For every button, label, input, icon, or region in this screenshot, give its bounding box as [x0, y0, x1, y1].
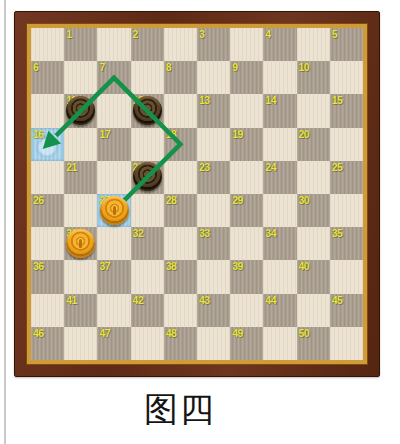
square-number: 15 [332, 94, 343, 107]
square-35[interactable]: 35 [330, 227, 363, 260]
square[interactable] [297, 28, 330, 61]
square-number: 4 [265, 28, 270, 41]
square-number: 48 [166, 327, 177, 340]
square[interactable] [263, 327, 296, 360]
square-30[interactable]: 30 [297, 194, 330, 227]
square-number: 49 [232, 327, 243, 340]
square-number: 13 [199, 94, 210, 107]
square-1[interactable]: 1 [64, 28, 97, 61]
square-37[interactable]: 37 [97, 260, 130, 293]
square[interactable] [131, 260, 164, 293]
square[interactable] [164, 227, 197, 260]
square-number: 26 [33, 194, 44, 207]
square-number: 7 [99, 61, 104, 74]
square-43[interactable]: 43 [197, 294, 230, 327]
square[interactable] [31, 28, 64, 61]
white-man-31[interactable] [66, 229, 95, 258]
square-18[interactable]: 18 [164, 128, 197, 161]
square[interactable] [197, 327, 230, 360]
board-trim: 1234567891011121314151617181920212223242… [27, 24, 367, 364]
square[interactable] [197, 61, 230, 94]
square[interactable] [131, 327, 164, 360]
square[interactable] [164, 94, 197, 127]
square[interactable] [263, 61, 296, 94]
square[interactable] [64, 61, 97, 94]
square-number: 16 [33, 128, 44, 141]
square[interactable] [197, 260, 230, 293]
square[interactable] [330, 128, 363, 161]
square-36[interactable]: 36 [31, 260, 64, 293]
square-21[interactable]: 21 [64, 161, 97, 194]
square[interactable] [230, 94, 263, 127]
square-33[interactable]: 33 [197, 227, 230, 260]
square[interactable] [64, 194, 97, 227]
square[interactable] [64, 327, 97, 360]
square-38[interactable]: 38 [164, 260, 197, 293]
square[interactable] [97, 227, 130, 260]
square[interactable] [230, 294, 263, 327]
square[interactable] [97, 94, 130, 127]
square-number: 3 [199, 28, 204, 41]
square-41[interactable]: 41 [64, 294, 97, 327]
square-32[interactable]: 32 [131, 227, 164, 260]
white-man-27[interactable] [100, 196, 129, 225]
square-7[interactable]: 7 [97, 61, 130, 94]
black-man-12[interactable] [133, 96, 162, 125]
square-9[interactable]: 9 [230, 61, 263, 94]
square-50[interactable]: 50 [297, 327, 330, 360]
square-4[interactable]: 4 [263, 28, 296, 61]
square-number: 32 [133, 227, 144, 240]
black-man-22[interactable] [133, 162, 162, 191]
square-number: 37 [99, 260, 110, 273]
square-number: 45 [332, 294, 343, 307]
square-44[interactable]: 44 [263, 294, 296, 327]
square-number: 41 [66, 294, 77, 307]
square-number: 33 [199, 227, 210, 240]
square-number: 14 [265, 94, 276, 107]
square-5[interactable]: 5 [330, 28, 363, 61]
square-number: 9 [232, 61, 237, 74]
square-number: 42 [133, 294, 144, 307]
square-number: 10 [299, 61, 310, 74]
square[interactable] [131, 194, 164, 227]
square[interactable] [197, 194, 230, 227]
square-24[interactable]: 24 [263, 161, 296, 194]
square-46[interactable]: 46 [31, 327, 64, 360]
square[interactable] [330, 61, 363, 94]
square-number: 19 [232, 128, 243, 141]
square[interactable] [164, 161, 197, 194]
square-number: 17 [99, 128, 110, 141]
square[interactable] [330, 260, 363, 293]
square-number: 40 [299, 260, 310, 273]
square-16[interactable]: 16 [31, 128, 64, 161]
square[interactable] [97, 161, 130, 194]
square-34[interactable]: 34 [263, 227, 296, 260]
square-13[interactable]: 13 [197, 94, 230, 127]
square[interactable] [164, 294, 197, 327]
square-number: 25 [332, 161, 343, 174]
square-8[interactable]: 8 [164, 61, 197, 94]
square[interactable] [230, 161, 263, 194]
board: 1234567891011121314151617181920212223242… [31, 28, 363, 360]
square-19[interactable]: 19 [230, 128, 263, 161]
square[interactable] [64, 260, 97, 293]
square-number: 24 [265, 161, 276, 174]
square-2[interactable]: 2 [131, 28, 164, 61]
square-number: 35 [332, 227, 343, 240]
figure: 1234567891011121314151617181920212223242… [0, 0, 400, 444]
square-number: 38 [166, 260, 177, 273]
square[interactable] [297, 227, 330, 260]
square-number: 28 [166, 194, 177, 207]
square-number: 6 [33, 61, 38, 74]
square[interactable] [64, 128, 97, 161]
square-10[interactable]: 10 [297, 61, 330, 94]
square[interactable] [31, 161, 64, 194]
square[interactable] [31, 294, 64, 327]
square-number: 36 [33, 260, 44, 273]
square[interactable] [297, 94, 330, 127]
square[interactable] [263, 194, 296, 227]
square[interactable] [164, 28, 197, 61]
board-frame: 1234567891011121314151617181920212223242… [14, 11, 380, 377]
square-26[interactable]: 26 [31, 194, 64, 227]
square-20[interactable]: 20 [297, 128, 330, 161]
square[interactable] [297, 161, 330, 194]
square-23[interactable]: 23 [197, 161, 230, 194]
square-number: 46 [33, 327, 44, 340]
square-14[interactable]: 14 [263, 94, 296, 127]
square-25[interactable]: 25 [330, 161, 363, 194]
square-40[interactable]: 40 [297, 260, 330, 293]
square-number: 18 [166, 128, 177, 141]
square[interactable] [31, 94, 64, 127]
square[interactable] [197, 128, 230, 161]
square[interactable] [263, 128, 296, 161]
square[interactable] [31, 227, 64, 260]
square[interactable] [263, 260, 296, 293]
square-number: 23 [199, 161, 210, 174]
square-number: 2 [133, 28, 138, 41]
square[interactable] [330, 194, 363, 227]
page-border-line [4, 0, 6, 444]
square[interactable] [97, 28, 130, 61]
square-number: 5 [332, 28, 337, 41]
square-6[interactable]: 6 [31, 61, 64, 94]
square-number: 30 [299, 194, 310, 207]
square-number: 34 [265, 227, 276, 240]
square-number: 44 [265, 294, 276, 307]
square-28[interactable]: 28 [164, 194, 197, 227]
square[interactable] [131, 61, 164, 94]
square-number: 21 [66, 161, 77, 174]
square[interactable] [297, 294, 330, 327]
square[interactable] [230, 227, 263, 260]
square-45[interactable]: 45 [330, 294, 363, 327]
square-number: 39 [232, 260, 243, 273]
square-17[interactable]: 17 [97, 128, 130, 161]
figure-caption: 图四 [0, 388, 360, 432]
square-number: 1 [66, 28, 71, 41]
square-number: 47 [99, 327, 110, 340]
square-39[interactable]: 39 [230, 260, 263, 293]
square-49[interactable]: 49 [230, 327, 263, 360]
square-number: 43 [199, 294, 210, 307]
square[interactable] [330, 327, 363, 360]
square[interactable] [97, 294, 130, 327]
square-number: 29 [232, 194, 243, 207]
square-number: 20 [299, 128, 310, 141]
square-29[interactable]: 29 [230, 194, 263, 227]
square[interactable] [230, 28, 263, 61]
square-number: 50 [299, 327, 310, 340]
square-number: 8 [166, 61, 171, 74]
square-3[interactable]: 3 [197, 28, 230, 61]
square[interactable] [131, 128, 164, 161]
square-47[interactable]: 47 [97, 327, 130, 360]
square-42[interactable]: 42 [131, 294, 164, 327]
square-48[interactable]: 48 [164, 327, 197, 360]
square-15[interactable]: 15 [330, 94, 363, 127]
